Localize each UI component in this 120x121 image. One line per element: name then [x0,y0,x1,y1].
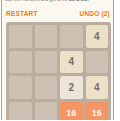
tile-16-r4c3: 16 [60,102,83,121]
tile-2-r3c3: 2 [60,76,83,99]
instruction-goal: 2048 tile! [70,0,89,2]
empty-cell-r1c3 [60,25,83,48]
empty-cell-r2c4 [86,51,109,74]
app-window: Join the numbers and get to the 2048 til… [1,0,114,120]
empty-cell-r4c2 [35,102,58,121]
empty-cell-r2c1 [9,51,32,74]
empty-cell-r1c1 [9,25,32,48]
empty-cell-r1c2 [35,25,58,48]
tile-16-r4c4: 16 [86,102,109,121]
restart-button[interactable]: RESTART [6,10,38,17]
empty-cell-r2c2 [35,51,58,74]
instruction-text: Join the numbers and get to the 2048 til… [5,0,89,3]
undo-button[interactable]: UNDO (2) [80,10,111,17]
tile-4-r1c4: 4 [86,25,109,48]
menu-bar: RESTART UNDO (2) [6,10,110,17]
empty-cell-r3c2 [35,76,58,99]
empty-cell-r3c1 [9,76,32,99]
empty-cell-r4c1 [9,102,32,121]
tile-4-r3c4: 4 [86,76,109,99]
instruction-prefix: Join the numbers and get to the [5,0,70,2]
board-grid[interactable]: 44241616 [6,22,111,120]
tile-4-r2c3: 4 [60,51,83,74]
